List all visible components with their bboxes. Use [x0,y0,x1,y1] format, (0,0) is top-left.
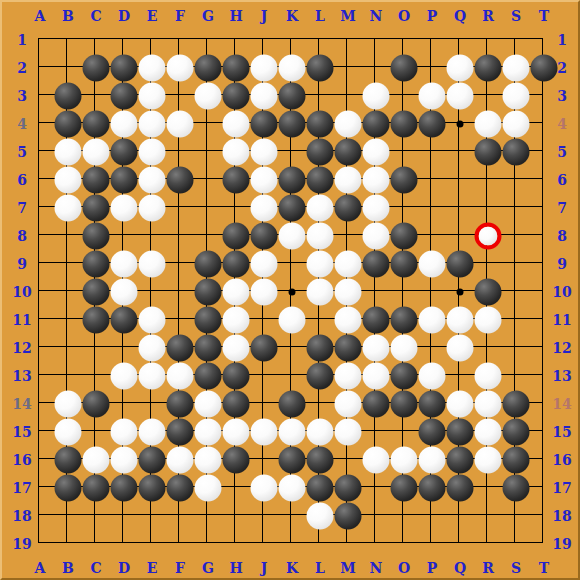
stone-G3 [195,83,222,110]
row-label-left: 1 [17,33,27,47]
stone-S5 [503,139,530,166]
stone-S16 [503,447,530,474]
row-label-left: 15 [12,425,31,439]
stone-H6 [223,167,250,194]
column-label-bottom: E [147,561,158,575]
go-board-window: AABBCCDDEEFFGGHHJJKKLLMMNNOOPPQQRRSSTT11… [0,0,580,580]
row-label-right: 12 [552,341,571,355]
stone-P3 [419,83,446,110]
stone-Q12 [447,335,474,362]
stone-F16 [167,447,194,474]
stone-D15 [111,419,138,446]
stone-Q2 [447,55,474,82]
stone-M11 [335,307,362,334]
stone-R11 [475,307,502,334]
star-point-Q4 [457,121,464,128]
stone-T2 [531,55,558,82]
stone-L18 [307,503,334,530]
row-label-right: 3 [557,89,567,103]
stone-K11 [279,307,306,334]
stone-O11 [391,307,418,334]
stone-R10 [475,279,502,306]
stone-R16 [475,447,502,474]
stone-B3 [55,83,82,110]
stone-K3 [279,83,306,110]
row-label-right: 16 [552,453,571,467]
stone-J8 [251,223,278,250]
stone-J7 [251,195,278,222]
stone-M17 [335,475,362,502]
stone-C14 [83,391,110,418]
stone-Q11 [447,307,474,334]
stone-F15 [167,419,194,446]
stone-C4 [83,111,110,138]
stone-H16 [223,447,250,474]
row-label-right: 1 [557,33,567,47]
stone-P17 [419,475,446,502]
stone-M9 [335,251,362,278]
stone-O8 [391,223,418,250]
row-label-left: 17 [12,481,31,495]
stone-J3 [251,83,278,110]
stone-N11 [363,307,390,334]
column-label-bottom: Q [454,561,466,575]
stone-S15 [503,419,530,446]
row-label-left: 3 [17,89,27,103]
stone-K16 [279,447,306,474]
stone-S4 [503,111,530,138]
column-label-bottom: O [398,561,410,575]
stone-M15 [335,419,362,446]
stone-F12 [167,335,194,362]
stone-C6 [83,167,110,194]
column-label-top: B [62,9,74,23]
stone-E13 [139,363,166,390]
column-label-top: T [539,9,549,23]
row-label-right: 13 [552,369,571,383]
stone-L4 [307,111,334,138]
stone-K8 [279,223,306,250]
column-label-top: G [202,9,214,23]
stone-O9 [391,251,418,278]
stone-E17 [139,475,166,502]
stone-D13 [111,363,138,390]
row-label-left: 9 [17,257,27,271]
stone-Q15 [447,419,474,446]
stone-F4 [167,111,194,138]
column-label-bottom: M [340,561,356,575]
column-label-bottom: J [261,561,268,575]
column-label-bottom: T [539,561,549,575]
stone-M14 [335,391,362,418]
stone-H11 [223,307,250,334]
stone-K14 [279,391,306,418]
stone-L15 [307,419,334,446]
column-label-top: Q [454,9,466,23]
stone-E4 [139,111,166,138]
stone-E6 [139,167,166,194]
stone-L13 [307,363,334,390]
stone-M4 [335,111,362,138]
stone-P13 [419,363,446,390]
stone-P16 [419,447,446,474]
stone-O12 [391,335,418,362]
stone-J6 [251,167,278,194]
column-label-bottom: G [202,561,214,575]
stone-Q9 [447,251,474,278]
stone-C10 [83,279,110,306]
stone-M10 [335,279,362,306]
stone-E12 [139,335,166,362]
stone-E3 [139,83,166,110]
stone-R14 [475,391,502,418]
column-label-top: C [90,9,101,23]
stone-M13 [335,363,362,390]
row-label-right: 14 [552,397,571,411]
stone-N9 [363,251,390,278]
column-label-bottom: S [511,561,521,575]
stone-D4 [111,111,138,138]
stone-B17 [55,475,82,502]
star-point-Q10 [457,289,464,296]
row-label-right: 19 [552,537,571,551]
column-label-bottom: B [62,561,74,575]
stone-M6 [335,167,362,194]
stone-K2 [279,55,306,82]
row-label-right: 9 [557,257,567,271]
column-label-top: K [286,9,298,23]
stone-D16 [111,447,138,474]
stone-N8 [363,223,390,250]
stone-C16 [83,447,110,474]
stone-J12 [251,335,278,362]
row-label-left: 13 [12,369,31,383]
stone-E7 [139,195,166,222]
stone-O13 [391,363,418,390]
stone-D9 [111,251,138,278]
stone-L6 [307,167,334,194]
stone-N7 [363,195,390,222]
row-label-left: 10 [12,285,31,299]
stone-P4 [419,111,446,138]
stone-C11 [83,307,110,334]
stone-J4 [251,111,278,138]
stone-R13 [475,363,502,390]
stone-C2 [83,55,110,82]
stone-N14 [363,391,390,418]
row-label-right: 10 [552,285,571,299]
stone-H14 [223,391,250,418]
stone-E16 [139,447,166,474]
stone-B6 [55,167,82,194]
stone-J2 [251,55,278,82]
row-label-right: 2 [557,61,567,75]
column-label-top: R [482,9,494,23]
stone-S3 [503,83,530,110]
stone-P11 [419,307,446,334]
stone-H8 [223,223,250,250]
stone-E11 [139,307,166,334]
stone-H12 [223,335,250,362]
stone-J15 [251,419,278,446]
row-label-right: 7 [557,201,567,215]
row-label-right: 5 [557,145,567,159]
stone-D5 [111,139,138,166]
stone-C17 [83,475,110,502]
row-label-left: 4 [17,117,27,131]
stone-P15 [419,419,446,446]
stone-N4 [363,111,390,138]
row-label-left: 12 [12,341,31,355]
row-label-left: 6 [17,173,27,187]
row-label-left: 5 [17,145,27,159]
column-label-top: E [147,9,158,23]
column-label-top: O [398,9,410,23]
stone-M18 [335,503,362,530]
stone-B15 [55,419,82,446]
stone-G12 [195,335,222,362]
column-label-bottom: F [175,561,185,575]
stone-E2 [139,55,166,82]
stone-L9 [307,251,334,278]
row-label-right: 6 [557,173,567,187]
stone-G13 [195,363,222,390]
last-move-stone-R8 [475,223,502,250]
stone-M7 [335,195,362,222]
stone-M5 [335,139,362,166]
stone-S14 [503,391,530,418]
stone-K4 [279,111,306,138]
stone-N16 [363,447,390,474]
row-label-right: 18 [552,509,571,523]
stone-O14 [391,391,418,418]
stone-Q17 [447,475,474,502]
stone-G16 [195,447,222,474]
stone-L17 [307,475,334,502]
column-label-bottom: N [370,561,383,575]
stone-N6 [363,167,390,194]
stone-K17 [279,475,306,502]
stone-L10 [307,279,334,306]
column-label-top: M [340,9,356,23]
stone-N13 [363,363,390,390]
stone-Q16 [447,447,474,474]
column-label-bottom: H [229,561,242,575]
stone-E9 [139,251,166,278]
stone-D17 [111,475,138,502]
stone-C5 [83,139,110,166]
column-label-top: S [511,9,521,23]
column-label-top: L [315,9,325,23]
stone-H10 [223,279,250,306]
row-label-left: 14 [12,397,31,411]
stone-B7 [55,195,82,222]
stone-L8 [307,223,334,250]
stone-E15 [139,419,166,446]
stone-O17 [391,475,418,502]
stone-F6 [167,167,194,194]
stone-L16 [307,447,334,474]
stone-D3 [111,83,138,110]
stone-F2 [167,55,194,82]
stone-S2 [503,55,530,82]
column-label-top: F [175,9,185,23]
stone-H15 [223,419,250,446]
stone-D10 [111,279,138,306]
row-label-left: 16 [12,453,31,467]
stone-N3 [363,83,390,110]
stone-G2 [195,55,222,82]
stone-P14 [419,391,446,418]
stone-N5 [363,139,390,166]
row-label-left: 8 [17,229,27,243]
stone-N12 [363,335,390,362]
stone-M12 [335,335,362,362]
column-label-top: N [370,9,383,23]
column-label-top: H [229,9,242,23]
stone-G15 [195,419,222,446]
stone-F17 [167,475,194,502]
stone-J5 [251,139,278,166]
row-label-left: 19 [12,537,31,551]
stone-Q3 [447,83,474,110]
stone-D11 [111,307,138,334]
row-label-left: 2 [17,61,27,75]
stone-D6 [111,167,138,194]
stone-K6 [279,167,306,194]
column-label-bottom: C [90,561,101,575]
stone-B4 [55,111,82,138]
stone-G9 [195,251,222,278]
row-label-right: 15 [552,425,571,439]
stone-B5 [55,139,82,166]
column-label-bottom: P [427,561,438,575]
column-label-top: D [118,9,130,23]
stone-D2 [111,55,138,82]
stone-O16 [391,447,418,474]
stone-H2 [223,55,250,82]
stone-G14 [195,391,222,418]
stone-L2 [307,55,334,82]
stone-Q14 [447,391,474,418]
stone-G10 [195,279,222,306]
stone-O2 [391,55,418,82]
stone-R15 [475,419,502,446]
column-label-top: J [261,9,268,23]
column-label-bottom: K [286,561,298,575]
stone-O6 [391,167,418,194]
stone-L12 [307,335,334,362]
column-label-top: P [427,9,438,23]
stone-R2 [475,55,502,82]
stone-C8 [83,223,110,250]
stone-K7 [279,195,306,222]
row-label-right: 11 [552,313,571,327]
column-label-bottom: A [35,561,46,575]
stone-P9 [419,251,446,278]
stone-H3 [223,83,250,110]
stone-B14 [55,391,82,418]
stone-H13 [223,363,250,390]
stone-J17 [251,475,278,502]
stone-C9 [83,251,110,278]
stone-G11 [195,307,222,334]
stone-C7 [83,195,110,222]
stone-R5 [475,139,502,166]
row-label-right: 4 [557,117,567,131]
stone-L5 [307,139,334,166]
column-label-bottom: D [118,561,130,575]
stone-J9 [251,251,278,278]
stone-S17 [503,475,530,502]
stone-J10 [251,279,278,306]
row-label-left: 18 [12,509,31,523]
stone-F14 [167,391,194,418]
stone-B16 [55,447,82,474]
stone-O4 [391,111,418,138]
stone-H5 [223,139,250,166]
stone-D7 [111,195,138,222]
stone-F13 [167,363,194,390]
row-label-left: 7 [17,201,27,215]
column-label-top: A [35,9,46,23]
stone-K15 [279,419,306,446]
stone-R4 [475,111,502,138]
row-label-right: 17 [552,481,571,495]
stone-H4 [223,111,250,138]
stone-H9 [223,251,250,278]
column-label-bottom: L [315,561,325,575]
stone-G17 [195,475,222,502]
row-label-right: 8 [557,229,567,243]
stone-L7 [307,195,334,222]
row-label-left: 11 [12,313,31,327]
star-point-K10 [289,289,296,296]
column-label-bottom: R [482,561,494,575]
stone-E5 [139,139,166,166]
